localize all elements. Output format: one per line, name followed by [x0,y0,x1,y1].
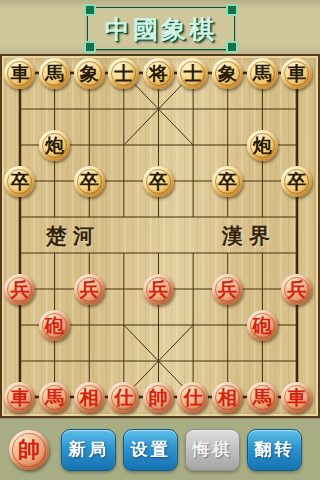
board-cell[interactable] [210,307,245,343]
board-cell[interactable] [72,343,107,379]
board-cell[interactable] [141,127,176,163]
piece-red-horse[interactable]: 馬 [39,382,70,413]
plaque-corner-ornament [226,4,238,16]
piece-black-advisor[interactable]: 士 [108,58,139,89]
piece-black-soldier[interactable]: 卒 [74,166,105,197]
board-cell[interactable]: 砲 [37,307,72,343]
piece-black-soldier[interactable]: 卒 [212,166,243,197]
board-cell[interactable]: 士 [106,55,141,91]
board-cell[interactable] [210,127,245,163]
piece-red-soldier[interactable]: 兵 [4,274,35,305]
plaque-corner-ornament [226,41,238,53]
board-cell[interactable] [106,163,141,199]
board-cell[interactable]: 卒 [141,163,176,199]
piece-black-cannon[interactable]: 炮 [247,130,278,161]
board-cell[interactable] [176,127,211,163]
board-cell[interactable]: 馬 [245,379,280,415]
board-cell[interactable] [210,235,245,271]
board-cell[interactable] [176,91,211,127]
board-cell[interactable] [141,307,176,343]
board-cell[interactable] [106,91,141,127]
board-cell[interactable] [3,343,38,379]
piece-red-soldier[interactable]: 兵 [74,274,105,305]
board-cell[interactable] [245,91,280,127]
undo-move-button[interactable]: 悔棋 [185,429,240,471]
board-cell[interactable] [3,91,38,127]
app-window: 中國象棋 楚河 漢界 車馬象士将士象馬車炮炮卒卒卒卒卒兵兵兵兵兵砲砲車馬相仕帥仕… [0,0,320,480]
toolbar: 帥 新局 设置 悔棋 翻转 ITMOP.COM [0,418,320,480]
piece-black-chariot[interactable]: 車 [281,58,312,89]
board-cell[interactable] [245,163,280,199]
board-cell[interactable] [176,343,211,379]
board-cell[interactable] [3,127,38,163]
board-cell[interactable] [176,235,211,271]
board-cell[interactable] [279,91,314,127]
board-cell[interactable]: 士 [176,55,211,91]
board-cell[interactable] [72,127,107,163]
board-cell[interactable]: 相 [210,379,245,415]
piece-red-elephant[interactable]: 相 [212,382,243,413]
board-cell[interactable] [245,235,280,271]
board-cell[interactable] [245,343,280,379]
board-cell[interactable]: 砲 [245,307,280,343]
plaque-corner-ornament [84,41,96,53]
piece-black-horse[interactable]: 馬 [39,58,70,89]
board-cell[interactable] [176,271,211,307]
board-cell[interactable] [106,235,141,271]
piece-red-cannon[interactable]: 砲 [247,310,278,341]
board-cell[interactable] [72,91,107,127]
board-cell[interactable]: 炮 [245,127,280,163]
board-cell[interactable] [279,127,314,163]
board-cell[interactable]: 卒 [279,163,314,199]
board-cell[interactable]: 兵 [3,271,38,307]
board-grid: 車馬象士将士象馬車炮炮卒卒卒卒卒兵兵兵兵兵砲砲車馬相仕帥仕相馬車 [3,55,314,415]
board-cell[interactable]: 兵 [72,271,107,307]
board-cell[interactable] [3,307,38,343]
piece-black-soldier[interactable]: 卒 [143,166,174,197]
piece-red-chariot[interactable]: 車 [4,382,35,413]
board-cell[interactable] [37,163,72,199]
piece-red-elephant[interactable]: 相 [74,382,105,413]
toolbar-buttons: 新局 设置 悔棋 翻转 [61,429,302,471]
board-cell[interactable] [106,343,141,379]
board-cell[interactable] [37,235,72,271]
piece-red-soldier[interactable]: 兵 [212,274,243,305]
board-cell[interactable] [106,199,141,235]
board-cell[interactable] [37,271,72,307]
board-cell[interactable]: 象 [210,55,245,91]
board-cell[interactable] [279,199,314,235]
piece-red-general[interactable]: 帥 [143,382,174,413]
board-cell[interactable]: 卒 [210,163,245,199]
piece-red-soldier[interactable]: 兵 [281,274,312,305]
turn-indicator-red-general: 帥 [9,430,49,470]
board-cell[interactable]: 馬 [37,55,72,91]
board-cell[interactable] [37,199,72,235]
board-cell[interactable]: 馬 [37,379,72,415]
piece-black-chariot[interactable]: 車 [4,58,35,89]
board-cell[interactable]: 馬 [245,55,280,91]
piece-black-general[interactable]: 将 [143,58,174,89]
board-cell[interactable]: 車 [3,55,38,91]
board-cell[interactable] [245,271,280,307]
piece-black-horse[interactable]: 馬 [247,58,278,89]
board-cell[interactable] [3,235,38,271]
new-game-button[interactable]: 新局 [61,429,116,471]
board-cell[interactable] [106,271,141,307]
board-cell[interactable] [210,199,245,235]
piece-black-elephant[interactable]: 象 [212,58,243,89]
board-cell[interactable] [37,343,72,379]
app-title: 中國象棋 [105,11,217,46]
board-cell[interactable] [279,307,314,343]
board-cell[interactable]: 仕 [176,379,211,415]
board-cell[interactable]: 象 [72,55,107,91]
board-cell[interactable]: 車 [279,379,314,415]
board-cell[interactable] [3,199,38,235]
board-cell[interactable] [72,235,107,271]
piece-red-advisor[interactable]: 仕 [108,382,139,413]
flip-board-button[interactable]: 翻转 [247,429,302,471]
title-bar: 中國象棋 [0,0,320,54]
board-cell[interactable]: 将 [141,55,176,91]
board-cell[interactable]: 兵 [141,271,176,307]
board-cell[interactable] [106,307,141,343]
board-cell[interactable] [279,235,314,271]
board-cell[interactable] [106,127,141,163]
piece-black-advisor[interactable]: 士 [177,58,208,89]
board-cell[interactable]: 卒 [72,163,107,199]
board-cell[interactable]: 車 [279,55,314,91]
board-cell[interactable] [176,307,211,343]
board-cell[interactable] [279,343,314,379]
piece-red-soldier[interactable]: 兵 [143,274,174,305]
piece-red-cannon[interactable]: 砲 [39,310,70,341]
board-cell[interactable] [72,307,107,343]
plaque-corner-ornament [84,4,96,16]
board-cell[interactable] [141,235,176,271]
piece-black-elephant[interactable]: 象 [74,58,105,89]
board-cell[interactable] [210,91,245,127]
piece-red-horse[interactable]: 馬 [247,382,278,413]
board-cell[interactable] [72,199,107,235]
board-cell[interactable]: 相 [72,379,107,415]
board-cell[interactable] [37,91,72,127]
piece-black-soldier[interactable]: 卒 [281,166,312,197]
piece-black-cannon[interactable]: 炮 [39,130,70,161]
board-cell[interactable] [210,343,245,379]
board-cell[interactable]: 炮 [37,127,72,163]
board-cell[interactable]: 車 [3,379,38,415]
board-cell[interactable]: 帥 [141,379,176,415]
board-cell[interactable]: 卒 [3,163,38,199]
board-cell[interactable]: 兵 [279,271,314,307]
board-cell[interactable] [141,91,176,127]
board-cell[interactable] [176,163,211,199]
settings-button[interactable]: 设置 [123,429,178,471]
xiangqi-board: 楚河 漢界 車馬象士将士象馬車炮炮卒卒卒卒卒兵兵兵兵兵砲砲車馬相仕帥仕相馬車 [0,54,320,418]
board-cell[interactable] [141,343,176,379]
piece-red-chariot[interactable]: 車 [281,382,312,413]
board-cell[interactable] [245,199,280,235]
board-cell[interactable]: 兵 [210,271,245,307]
board-cell[interactable] [176,199,211,235]
piece-red-advisor[interactable]: 仕 [177,382,208,413]
board-cell[interactable] [141,199,176,235]
piece-black-soldier[interactable]: 卒 [4,166,35,197]
board-cell[interactable]: 仕 [106,379,141,415]
title-plaque: 中國象棋 [87,7,235,50]
